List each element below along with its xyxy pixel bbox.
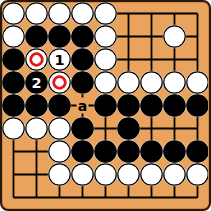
black-stone bbox=[3, 72, 24, 93]
black-stone bbox=[72, 49, 93, 70]
white-stone bbox=[95, 164, 116, 185]
black-stone bbox=[95, 141, 116, 162]
white-stone bbox=[164, 26, 185, 47]
white-stone bbox=[49, 3, 70, 24]
white-stone bbox=[118, 164, 139, 185]
black-stone bbox=[72, 26, 93, 47]
black-stone bbox=[118, 95, 139, 116]
black-stone bbox=[118, 118, 139, 139]
black-stone bbox=[72, 118, 93, 139]
white-stone bbox=[26, 118, 47, 139]
go-board: 12a bbox=[2, 2, 208, 208]
black-stone bbox=[26, 26, 47, 47]
white-stone bbox=[187, 72, 208, 93]
white-stone bbox=[3, 3, 24, 24]
go-board-frame: 12a bbox=[0, 0, 211, 211]
black-stone bbox=[72, 141, 93, 162]
black-stone bbox=[141, 95, 162, 116]
black-stone bbox=[187, 141, 208, 162]
white-stone bbox=[3, 118, 24, 139]
white-stone bbox=[95, 26, 116, 47]
black-stone bbox=[3, 49, 24, 70]
black-stone bbox=[3, 95, 24, 116]
white-stone bbox=[95, 72, 116, 93]
black-stone bbox=[26, 95, 47, 116]
white-stone bbox=[95, 49, 116, 70]
white-stone bbox=[118, 72, 139, 93]
white-stone bbox=[49, 164, 70, 185]
white-stone bbox=[95, 3, 116, 24]
white-stone bbox=[26, 3, 47, 24]
white-stone bbox=[72, 3, 93, 24]
white-stone bbox=[72, 164, 93, 185]
white-stone bbox=[49, 72, 70, 93]
black-stone bbox=[164, 95, 185, 116]
black-stone bbox=[118, 141, 139, 162]
move-number: 1 bbox=[54, 52, 64, 68]
black-stone bbox=[141, 141, 162, 162]
white-stone bbox=[141, 164, 162, 185]
white-stone bbox=[141, 72, 162, 93]
black-stone bbox=[72, 72, 93, 93]
white-stone bbox=[187, 164, 208, 185]
white-stone bbox=[164, 164, 185, 185]
white-stone bbox=[26, 49, 47, 70]
move-number: 2 bbox=[31, 75, 41, 91]
white-stone bbox=[49, 118, 70, 139]
point-label-a: a bbox=[78, 98, 87, 114]
black-stone bbox=[164, 141, 185, 162]
black-stone bbox=[187, 95, 208, 116]
white-stone bbox=[3, 26, 24, 47]
black-stone bbox=[95, 95, 116, 116]
white-stone bbox=[49, 141, 70, 162]
black-stone bbox=[49, 26, 70, 47]
white-stone bbox=[164, 72, 185, 93]
black-stone bbox=[49, 95, 70, 116]
